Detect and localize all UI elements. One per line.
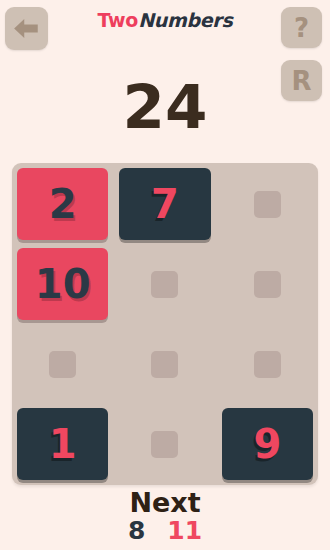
- target-number: 24: [0, 76, 330, 137]
- app-title-two: Two: [98, 9, 139, 31]
- empty-slot-marker: [49, 351, 76, 378]
- board-tile-10[interactable]: 10: [17, 248, 108, 320]
- empty-slot-marker: [254, 351, 281, 378]
- help-button[interactable]: ?: [281, 7, 322, 48]
- app-title-numbers: Numbers: [138, 9, 232, 31]
- board-cell-empty[interactable]: [119, 408, 210, 480]
- board-cell-empty[interactable]: [119, 328, 210, 400]
- board-cell-empty[interactable]: [222, 248, 313, 320]
- board-tile-9[interactable]: 9: [222, 408, 313, 480]
- next-number-8: 8: [128, 517, 145, 545]
- board-tile-1[interactable]: 1: [17, 408, 108, 480]
- empty-slot-marker: [254, 271, 281, 298]
- empty-slot-marker: [151, 431, 178, 458]
- board-cell-empty[interactable]: [17, 328, 108, 400]
- next-label: Next: [0, 487, 330, 518]
- empty-slot-marker: [254, 191, 281, 218]
- board-tile-7[interactable]: 7: [119, 168, 210, 240]
- next-number-11: 11: [167, 517, 202, 545]
- board-tile-2[interactable]: 2: [17, 168, 108, 240]
- empty-slot-marker: [151, 351, 178, 378]
- empty-slot-marker: [151, 271, 178, 298]
- question-mark-icon: ?: [294, 13, 309, 43]
- board-cell-empty[interactable]: [222, 168, 313, 240]
- next-values: 811: [0, 517, 330, 545]
- board: 271019: [12, 163, 318, 485]
- board-cell-empty[interactable]: [119, 248, 210, 320]
- board-cell-empty[interactable]: [222, 328, 313, 400]
